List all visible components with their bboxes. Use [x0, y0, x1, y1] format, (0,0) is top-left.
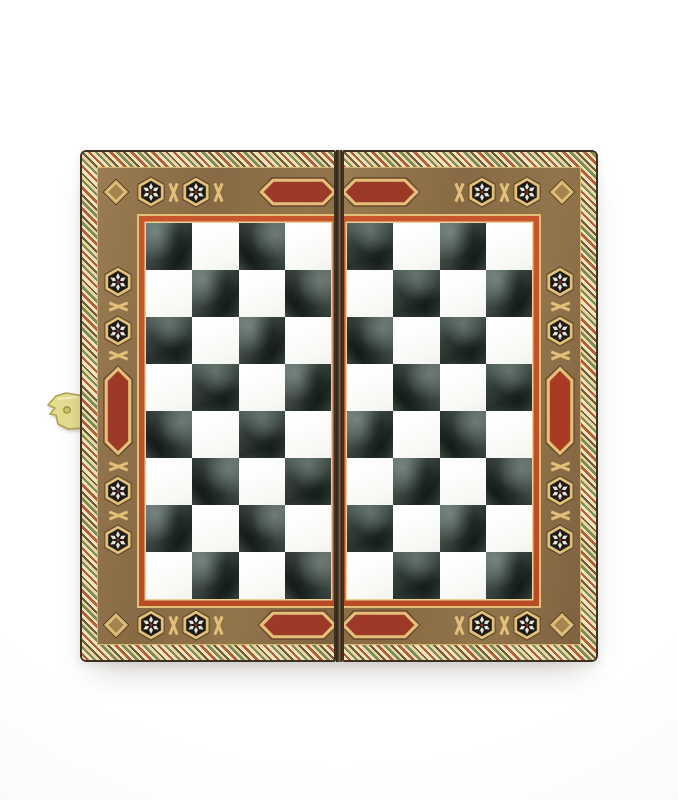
mosaic-rosette-icon	[101, 523, 135, 557]
product-photo-scene	[0, 0, 678, 800]
inner-frame-gold	[344, 214, 541, 608]
mosaic-rosette-icon	[543, 474, 577, 508]
square-a5[interactable]	[146, 364, 192, 411]
corner-diamond-icon	[101, 610, 131, 640]
red-inlay-icon	[256, 609, 334, 641]
mosaic-rosette-icon	[543, 314, 577, 348]
square-f1[interactable]	[393, 552, 439, 599]
mosaic-rosette-icon	[543, 265, 577, 299]
chain-link-icon	[105, 461, 132, 472]
square-d5[interactable]	[285, 364, 331, 411]
board-left-half	[80, 150, 336, 662]
square-b3[interactable]	[192, 458, 238, 505]
border-ornament-strip-top	[344, 168, 580, 216]
chain-link	[105, 350, 132, 361]
chain-link-icon	[213, 179, 224, 206]
square-a8[interactable]	[146, 223, 192, 270]
square-h2[interactable]	[486, 505, 532, 552]
square-h5[interactable]	[486, 364, 532, 411]
red-inlay-icon	[256, 176, 334, 208]
square-b1[interactable]	[192, 552, 238, 599]
border-ornament-strip-top	[98, 168, 334, 216]
chain-link	[168, 612, 179, 639]
corner-diamond-motif	[101, 177, 131, 207]
mosaic-rosette	[543, 265, 577, 299]
square-a7[interactable]	[146, 270, 192, 317]
chain-link	[499, 179, 510, 206]
chain-link	[454, 612, 465, 639]
square-f6[interactable]	[393, 317, 439, 364]
square-c1[interactable]	[239, 552, 285, 599]
mosaic-rosette	[101, 474, 135, 508]
square-c8[interactable]	[239, 223, 285, 270]
square-f8[interactable]	[393, 223, 439, 270]
border-ornament-strip-side	[98, 216, 138, 606]
chessboard	[80, 150, 598, 662]
chain-link	[547, 350, 574, 361]
square-f3[interactable]	[393, 458, 439, 505]
red-inlay-icon	[344, 609, 422, 641]
square-e5[interactable]	[347, 364, 393, 411]
chain-link-icon	[168, 612, 179, 639]
square-g2[interactable]	[440, 505, 486, 552]
chain-link-icon	[547, 461, 574, 472]
board-right-half	[342, 150, 598, 662]
square-b7[interactable]	[192, 270, 238, 317]
chain-link	[547, 301, 574, 312]
mosaic-rosette	[101, 523, 135, 557]
square-d1[interactable]	[285, 552, 331, 599]
chain-link-icon	[105, 301, 132, 312]
chain-link-icon	[499, 179, 510, 206]
square-b8[interactable]	[192, 223, 238, 270]
corner-diamond-icon	[547, 610, 577, 640]
square-d8[interactable]	[285, 223, 331, 270]
square-c7[interactable]	[239, 270, 285, 317]
chain-link-icon	[547, 350, 574, 361]
chain-link-icon	[454, 179, 465, 206]
square-g3[interactable]	[440, 458, 486, 505]
mosaic-rosette-icon	[101, 474, 135, 508]
square-d6[interactable]	[285, 317, 331, 364]
mosaic-rosette	[179, 175, 213, 209]
square-e7[interactable]	[347, 270, 393, 317]
square-h7[interactable]	[486, 270, 532, 317]
mosaic-rosette-icon	[510, 608, 544, 642]
chain-link	[168, 179, 179, 206]
border-ornament-strip-bottom	[98, 606, 334, 644]
mosaic-rosette	[543, 314, 577, 348]
square-h4[interactable]	[486, 411, 532, 458]
chain-link	[105, 461, 132, 472]
square-a4[interactable]	[146, 411, 192, 458]
mosaic-rosette	[510, 608, 544, 642]
chain-link	[454, 179, 465, 206]
mosaic-rosette	[101, 314, 135, 348]
mosaic-rosette	[543, 474, 577, 508]
corner-diamond-icon	[101, 177, 131, 207]
mosaic-rosette	[134, 175, 168, 209]
mosaic-rosette	[179, 608, 213, 642]
corner-diamond-motif	[101, 610, 131, 640]
mosaic-rosette-icon	[543, 523, 577, 557]
square-c6[interactable]	[239, 317, 285, 364]
chain-link-icon	[499, 612, 510, 639]
square-f7[interactable]	[393, 270, 439, 317]
chain-link-icon	[213, 612, 224, 639]
mosaic-rosette	[510, 175, 544, 209]
square-c3[interactable]	[239, 458, 285, 505]
square-d3[interactable]	[285, 458, 331, 505]
red-inlay-hexagon	[544, 363, 576, 459]
brass-clasp-icon	[44, 387, 84, 435]
chain-link	[547, 510, 574, 521]
square-c2[interactable]	[239, 505, 285, 552]
square-b5[interactable]	[192, 364, 238, 411]
square-g8[interactable]	[440, 223, 486, 270]
red-inlay-hexagon	[256, 176, 334, 208]
square-g7[interactable]	[440, 270, 486, 317]
mosaic-rosette-icon	[101, 265, 135, 299]
red-inlay-hexagon	[256, 609, 334, 641]
square-b2[interactable]	[192, 505, 238, 552]
square-e4[interactable]	[347, 411, 393, 458]
square-e3[interactable]	[347, 458, 393, 505]
mosaic-rosette	[543, 523, 577, 557]
chain-link-icon	[168, 179, 179, 206]
chain-link-icon	[547, 510, 574, 521]
corner-diamond-motif	[547, 610, 577, 640]
square-c5[interactable]	[239, 364, 285, 411]
mosaic-rosette-icon	[101, 314, 135, 348]
mosaic-rosette	[134, 608, 168, 642]
mosaic-rosette-icon	[134, 608, 168, 642]
chain-link	[547, 461, 574, 472]
red-inlay-icon	[102, 363, 134, 459]
chain-link	[105, 301, 132, 312]
mosaic-rosette	[465, 175, 499, 209]
board-grid-right	[347, 223, 532, 599]
square-c4[interactable]	[239, 411, 285, 458]
red-inlay-hexagon	[344, 176, 422, 208]
chain-link	[213, 612, 224, 639]
square-e8[interactable]	[347, 223, 393, 270]
red-inlay-icon	[544, 363, 576, 459]
board-grid-left	[146, 223, 331, 599]
square-f4[interactable]	[393, 411, 439, 458]
mosaic-rosette-icon	[179, 175, 213, 209]
square-e6[interactable]	[347, 317, 393, 364]
chain-link	[499, 612, 510, 639]
mosaic-rosette	[465, 608, 499, 642]
chain-link-icon	[105, 510, 132, 521]
chain-link	[105, 510, 132, 521]
square-h3[interactable]	[486, 458, 532, 505]
square-e1[interactable]	[347, 552, 393, 599]
brass-clasp	[44, 387, 84, 435]
square-a6[interactable]	[146, 317, 192, 364]
mosaic-rosette-icon	[134, 175, 168, 209]
mosaic-rosette-icon	[465, 175, 499, 209]
square-a1[interactable]	[146, 552, 192, 599]
mosaic-rosette-icon	[179, 608, 213, 642]
square-d7[interactable]	[285, 270, 331, 317]
red-inlay-hexagon	[344, 609, 422, 641]
square-a3[interactable]	[146, 458, 192, 505]
corner-diamond-motif	[547, 177, 577, 207]
square-g5[interactable]	[440, 364, 486, 411]
chain-link-icon	[454, 612, 465, 639]
corner-diamond-icon	[547, 177, 577, 207]
square-e2[interactable]	[347, 505, 393, 552]
square-h6[interactable]	[486, 317, 532, 364]
chain-link	[213, 179, 224, 206]
square-h1[interactable]	[486, 552, 532, 599]
inner-frame-gold	[137, 214, 334, 608]
square-g6[interactable]	[440, 317, 486, 364]
square-h8[interactable]	[486, 223, 532, 270]
square-g4[interactable]	[440, 411, 486, 458]
border-ornament-strip-bottom	[344, 606, 580, 644]
square-a2[interactable]	[146, 505, 192, 552]
square-f5[interactable]	[393, 364, 439, 411]
red-inlay-icon	[344, 176, 422, 208]
square-d4[interactable]	[285, 411, 331, 458]
mosaic-rosette	[101, 265, 135, 299]
border-ornament-strip-side	[540, 216, 580, 606]
chain-link-icon	[105, 350, 132, 361]
square-d2[interactable]	[285, 505, 331, 552]
square-f2[interactable]	[393, 505, 439, 552]
mosaic-rosette-icon	[465, 608, 499, 642]
square-b6[interactable]	[192, 317, 238, 364]
chain-link-icon	[547, 301, 574, 312]
red-inlay-hexagon	[102, 363, 134, 459]
square-g1[interactable]	[440, 552, 486, 599]
square-b4[interactable]	[192, 411, 238, 458]
mosaic-rosette-icon	[510, 175, 544, 209]
